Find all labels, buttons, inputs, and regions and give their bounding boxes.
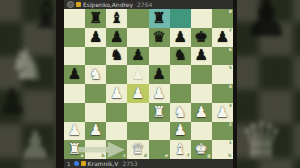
title-badge-icon bbox=[81, 161, 86, 166]
piece-white-pawn[interactable]: ♟ bbox=[149, 84, 170, 103]
bottom-player-bar: 1 Kramnik,V 2753 bbox=[64, 159, 233, 168]
blurred-piece: ♝ bbox=[28, 0, 56, 34]
square-d7[interactable] bbox=[127, 28, 148, 47]
bottom-player-name: Kramnik,V bbox=[88, 160, 119, 167]
square-f4[interactable] bbox=[170, 84, 191, 103]
square-a8[interactable] bbox=[64, 9, 85, 28]
piece-white-knight[interactable]: ♞ bbox=[170, 103, 191, 122]
piece-black-rook[interactable]: ♜ bbox=[149, 9, 170, 28]
square-b6[interactable] bbox=[85, 47, 106, 66]
chess-board[interactable]: 8765432abcdefg1h♜♝♜♟♟♛♟♚♟♞♟♞♟♟♞♟♟♟♟♜♞♟♟♟… bbox=[64, 9, 233, 159]
rank-label: 4 bbox=[229, 85, 232, 90]
rank-label: 1 bbox=[229, 141, 232, 146]
piece-black-pawn[interactable]: ♟ bbox=[149, 65, 170, 84]
piece-black-bishop[interactable]: ♝ bbox=[106, 9, 127, 28]
square-h1[interactable]: 1h bbox=[212, 140, 233, 159]
screenshot-stage: ♝♞♟♟ ♟♛ Esipenko,Andrey 2764 8765432abcd… bbox=[0, 0, 300, 168]
square-b3[interactable] bbox=[85, 103, 106, 122]
square-g4[interactable] bbox=[191, 84, 212, 103]
piece-black-knight[interactable]: ♞ bbox=[170, 47, 191, 66]
square-d3[interactable] bbox=[127, 103, 148, 122]
square-c5[interactable] bbox=[106, 65, 127, 84]
piece-white-queen[interactable]: ♛ bbox=[127, 140, 148, 159]
square-a3[interactable] bbox=[64, 103, 85, 122]
piece-white-rook[interactable]: ♜ bbox=[64, 140, 85, 159]
piece-black-pawn[interactable]: ♟ bbox=[127, 47, 148, 66]
piece-white-pawn[interactable]: ♟ bbox=[191, 103, 212, 122]
piece-white-knight[interactable]: ♞ bbox=[85, 65, 106, 84]
square-c3[interactable] bbox=[106, 103, 127, 122]
square-d8[interactable] bbox=[127, 9, 148, 28]
square-g2[interactable] bbox=[191, 122, 212, 141]
blurred-piece: ♟ bbox=[243, 0, 290, 44]
file-label: c bbox=[123, 154, 126, 159]
piece-white-bishop[interactable]: ♝ bbox=[170, 140, 191, 159]
square-h6[interactable]: 6 bbox=[212, 47, 233, 66]
square-a4[interactable] bbox=[64, 84, 85, 103]
top-player-rating: 2764 bbox=[137, 1, 152, 8]
square-c2[interactable] bbox=[106, 122, 127, 141]
piece-black-pawn[interactable]: ♟ bbox=[191, 47, 212, 66]
piece-black-pawn[interactable]: ♟ bbox=[64, 65, 85, 84]
file-label: b bbox=[102, 154, 105, 159]
square-h4[interactable]: 4 bbox=[212, 84, 233, 103]
last-move-highlight bbox=[170, 9, 191, 28]
square-g8[interactable] bbox=[191, 9, 212, 28]
piece-white-pawn[interactable]: ♟ bbox=[106, 84, 127, 103]
blurred-piece: ♛ bbox=[239, 116, 284, 166]
piece-black-pawn[interactable]: ♟ bbox=[106, 28, 127, 47]
blurred-piece: ♟ bbox=[18, 126, 52, 164]
square-f5[interactable] bbox=[170, 65, 191, 84]
blurred-piece: ♟ bbox=[0, 84, 28, 120]
piece-white-pawn[interactable]: ♟ bbox=[170, 122, 191, 141]
square-a6[interactable] bbox=[64, 47, 85, 66]
square-g5[interactable] bbox=[191, 65, 212, 84]
rank-label: 6 bbox=[229, 48, 232, 53]
rank-label: 5 bbox=[229, 66, 232, 71]
square-h5[interactable]: 5 bbox=[212, 65, 233, 84]
file-label: e bbox=[165, 154, 168, 159]
piece-white-rook[interactable]: ♜ bbox=[149, 103, 170, 122]
square-c1[interactable]: c bbox=[106, 140, 127, 159]
blurred-background-left: ♝♞♟♟ bbox=[0, 0, 56, 168]
rank-label: 2 bbox=[229, 123, 232, 128]
title-badge-icon bbox=[76, 2, 81, 7]
piece-white-pawn[interactable]: ♟ bbox=[127, 84, 148, 103]
square-b4[interactable] bbox=[85, 84, 106, 103]
square-b1[interactable]: b bbox=[85, 140, 106, 159]
square-e6[interactable] bbox=[149, 47, 170, 66]
piece-black-king[interactable]: ♚ bbox=[191, 28, 212, 47]
piece-black-pawn[interactable]: ♟ bbox=[85, 28, 106, 47]
piece-white-pawn[interactable]: ♟ bbox=[85, 122, 106, 141]
piece-white-pawn[interactable]: ♟ bbox=[64, 122, 85, 141]
piece-black-queen[interactable]: ♛ bbox=[149, 28, 170, 47]
avatar-icon bbox=[67, 1, 74, 8]
square-e1[interactable]: e bbox=[149, 140, 170, 159]
square-a7[interactable] bbox=[64, 28, 85, 47]
square-h2[interactable]: 2 bbox=[212, 122, 233, 141]
app-window: Esipenko,Andrey 2764 8765432abcdefg1h♜♝♜… bbox=[56, 0, 237, 168]
move-number: 1 bbox=[67, 161, 71, 167]
piece-black-pawn[interactable]: ♟ bbox=[212, 28, 233, 47]
square-f8[interactable] bbox=[170, 9, 191, 28]
turn-indicator-icon bbox=[74, 161, 79, 166]
blurred-piece: ♞ bbox=[8, 44, 46, 86]
piece-black-pawn[interactable]: ♟ bbox=[170, 28, 191, 47]
ghost-piece-white-pawn: ♟ bbox=[127, 65, 148, 84]
piece-white-pawn[interactable]: ♟ bbox=[212, 103, 233, 122]
blurred-background-right: ♟♛ bbox=[237, 0, 300, 168]
piece-black-knight[interactable]: ♞ bbox=[106, 47, 127, 66]
top-player-name: Esipenko,Andrey bbox=[83, 1, 133, 8]
bottom-player-rating: 2753 bbox=[122, 160, 137, 167]
piece-black-rook[interactable]: ♜ bbox=[85, 9, 106, 28]
piece-white-king[interactable]: ♚ bbox=[191, 140, 212, 159]
square-h8[interactable]: 8 bbox=[212, 9, 233, 28]
file-label: h bbox=[228, 154, 231, 159]
square-d2[interactable] bbox=[127, 122, 148, 141]
square-e2[interactable] bbox=[149, 122, 170, 141]
top-player-bar: Esipenko,Andrey 2764 bbox=[64, 0, 233, 9]
rank-label: 8 bbox=[229, 10, 232, 15]
